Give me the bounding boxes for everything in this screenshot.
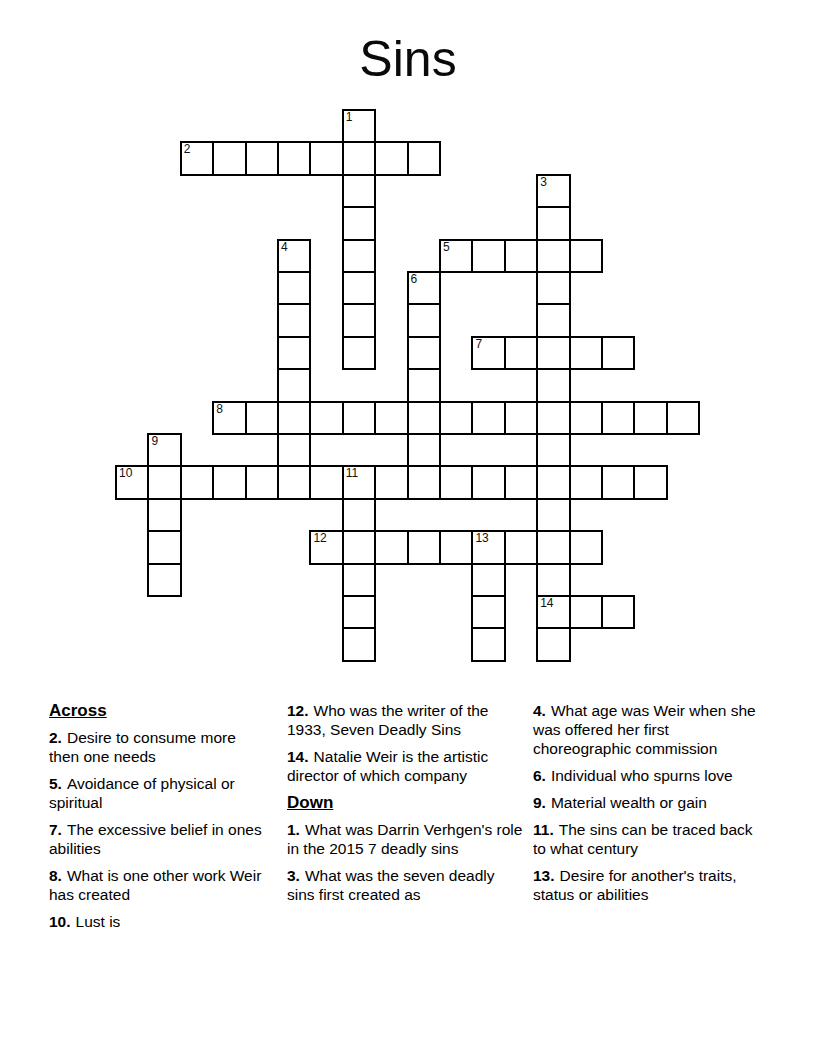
grid-cell[interactable] bbox=[439, 465, 473, 499]
clue-text: The excessive belief in ones abilities bbox=[49, 821, 262, 857]
clue-number: 7 bbox=[475, 338, 482, 351]
clue-number: 1 bbox=[346, 111, 353, 124]
grid-cell[interactable] bbox=[504, 336, 538, 370]
grid-cell[interactable]: 5 bbox=[439, 239, 473, 273]
clue-number-label: 1. bbox=[287, 821, 300, 838]
grid-cell[interactable] bbox=[407, 401, 441, 435]
grid-cell[interactable] bbox=[342, 401, 376, 435]
clue-number: 14 bbox=[540, 597, 553, 610]
clue-across-2: 2.Desire to consume more then one needs bbox=[49, 728, 263, 766]
grid-cell[interactable] bbox=[504, 401, 538, 435]
clue-down-3: 3.What was the seven deadly sins first c… bbox=[287, 866, 525, 904]
grid-cell[interactable] bbox=[536, 530, 570, 564]
grid-cell[interactable] bbox=[569, 336, 603, 370]
grid-cell[interactable] bbox=[471, 627, 505, 661]
clue-number: 10 bbox=[119, 467, 132, 480]
grid-cell[interactable] bbox=[374, 141, 408, 175]
grid-cell[interactable] bbox=[277, 368, 311, 402]
grid-cell[interactable] bbox=[342, 239, 376, 273]
grid-cell[interactable] bbox=[407, 141, 441, 175]
grid-cell[interactable] bbox=[342, 530, 376, 564]
clue-text: Avoidance of physical or spiritual bbox=[49, 775, 235, 811]
clue-text: Lust is bbox=[76, 913, 121, 930]
clue-text: Material wealth or gain bbox=[551, 794, 707, 811]
crossword-grid: 1234567891011121314 bbox=[116, 110, 700, 662]
grid-cell[interactable]: 14 bbox=[536, 595, 570, 629]
clue-text: What was the seven deadly sins first cre… bbox=[287, 867, 495, 903]
clue-across-5: 5.Avoidance of physical or spiritual bbox=[49, 774, 263, 812]
clue-number-label: 13. bbox=[533, 867, 555, 884]
puzzle-title: Sins bbox=[0, 32, 816, 87]
grid-cell[interactable] bbox=[504, 239, 538, 273]
grid-cell[interactable] bbox=[407, 465, 441, 499]
grid-cell[interactable] bbox=[536, 303, 570, 337]
grid-cell[interactable] bbox=[342, 595, 376, 629]
across-clues-header: Across bbox=[49, 701, 263, 720]
grid-cell[interactable] bbox=[536, 368, 570, 402]
clue-number-label: 11. bbox=[533, 821, 554, 838]
clue-number: 4 bbox=[281, 241, 288, 254]
clue-number: 2 bbox=[184, 143, 191, 156]
grid-cell[interactable] bbox=[245, 141, 279, 175]
clue-text: What was Darrin Verhgen's role in the 20… bbox=[287, 821, 522, 857]
down-clues-header: Down bbox=[287, 793, 525, 812]
clue-column-3: 4.What age was Weir when she was offered… bbox=[533, 701, 759, 912]
grid-cell[interactable]: 13 bbox=[471, 530, 505, 564]
grid-cell[interactable] bbox=[342, 303, 376, 337]
grid-cell[interactable] bbox=[407, 368, 441, 402]
grid-cell[interactable] bbox=[536, 465, 570, 499]
grid-cell[interactable] bbox=[212, 465, 246, 499]
grid-cell[interactable] bbox=[536, 206, 570, 240]
clue-across-12: 12.Who was the writer of the 1933, Seven… bbox=[287, 701, 525, 739]
grid-cell[interactable] bbox=[536, 627, 570, 661]
grid-cell[interactable] bbox=[407, 336, 441, 370]
grid-cell[interactable] bbox=[277, 465, 311, 499]
grid-cell[interactable] bbox=[342, 498, 376, 532]
clue-text: Natalie Weir is the artistic director of… bbox=[287, 748, 488, 784]
clue-number-label: 10. bbox=[49, 913, 71, 930]
clue-down-9: 9.Material wealth or gain bbox=[533, 793, 759, 812]
grid-cell[interactable] bbox=[342, 206, 376, 240]
clue-across-7: 7.The excessive belief in ones abilities bbox=[49, 820, 263, 858]
clue-text: Who was the writer of the 1933, Seven De… bbox=[287, 702, 488, 738]
grid-cell[interactable] bbox=[147, 465, 181, 499]
grid-cell[interactable] bbox=[309, 401, 343, 435]
grid-cell[interactable] bbox=[569, 530, 603, 564]
grid-cell[interactable] bbox=[407, 303, 441, 337]
grid-cell[interactable] bbox=[245, 465, 279, 499]
grid-cell[interactable]: 7 bbox=[471, 336, 505, 370]
grid-cell[interactable] bbox=[309, 465, 343, 499]
clue-text: What is one other work Weir has created bbox=[49, 867, 261, 903]
clue-down-1: 1.What was Darrin Verhgen's role in the … bbox=[287, 820, 525, 858]
clue-across-8: 8.What is one other work Weir has create… bbox=[49, 866, 263, 904]
clue-number: 5 bbox=[443, 241, 450, 254]
clue-number-label: 2. bbox=[49, 729, 62, 746]
grid-cell[interactable] bbox=[601, 465, 635, 499]
grid-cell[interactable] bbox=[407, 530, 441, 564]
grid-cell[interactable]: 6 bbox=[407, 271, 441, 305]
clue-number-label: 14. bbox=[287, 748, 309, 765]
grid-cell[interactable]: 10 bbox=[115, 465, 149, 499]
grid-cell[interactable] bbox=[471, 563, 505, 597]
grid-cell[interactable] bbox=[536, 433, 570, 467]
grid-cell[interactable] bbox=[277, 303, 311, 337]
grid-cell[interactable]: 11 bbox=[342, 465, 376, 499]
clue-across-14: 14.Natalie Weir is the artistic director… bbox=[287, 747, 525, 785]
grid-cell[interactable] bbox=[471, 401, 505, 435]
grid-cell[interactable] bbox=[342, 174, 376, 208]
grid-cell[interactable] bbox=[342, 141, 376, 175]
grid-cell[interactable] bbox=[601, 595, 635, 629]
grid-cell[interactable] bbox=[439, 401, 473, 435]
grid-cell[interactable]: 9 bbox=[147, 433, 181, 467]
grid-cell[interactable] bbox=[666, 401, 700, 435]
grid-cell[interactable] bbox=[374, 401, 408, 435]
grid-cell[interactable] bbox=[245, 401, 279, 435]
grid-cell[interactable] bbox=[212, 141, 246, 175]
grid-cell[interactable] bbox=[439, 530, 473, 564]
grid-cell[interactable]: 3 bbox=[536, 174, 570, 208]
grid-cell[interactable] bbox=[407, 433, 441, 467]
clue-number-label: 3. bbox=[287, 867, 300, 884]
grid-cell[interactable] bbox=[569, 401, 603, 435]
clue-number-label: 12. bbox=[287, 702, 309, 719]
clue-column-2: 12.Who was the writer of the 1933, Seven… bbox=[287, 701, 525, 912]
grid-cell[interactable] bbox=[471, 465, 505, 499]
grid-cell[interactable] bbox=[504, 530, 538, 564]
grid-cell[interactable] bbox=[374, 465, 408, 499]
clue-number: 12 bbox=[313, 532, 326, 545]
clue-number: 9 bbox=[151, 435, 158, 448]
grid-cell[interactable] bbox=[277, 336, 311, 370]
grid-cell[interactable] bbox=[569, 239, 603, 273]
clue-number: 13 bbox=[475, 532, 488, 545]
grid-cell[interactable] bbox=[309, 141, 343, 175]
grid-cell[interactable] bbox=[536, 336, 570, 370]
grid-cell[interactable] bbox=[633, 465, 667, 499]
grid-cell[interactable] bbox=[536, 498, 570, 532]
clue-number: 8 bbox=[216, 403, 223, 416]
grid-cell[interactable] bbox=[536, 563, 570, 597]
grid-cell[interactable] bbox=[147, 563, 181, 597]
grid-cell[interactable]: 1 bbox=[342, 109, 376, 143]
clue-down-13: 13.Desire for another's traits, status o… bbox=[533, 866, 759, 904]
grid-cell[interactable] bbox=[569, 465, 603, 499]
grid-cell[interactable] bbox=[277, 271, 311, 305]
grid-cell[interactable] bbox=[633, 401, 667, 435]
clue-number-label: 8. bbox=[49, 867, 62, 884]
clue-column-1: Across2.Desire to consume more then one … bbox=[49, 701, 263, 939]
grid-cell[interactable]: 8 bbox=[212, 401, 246, 435]
clue-number-label: 6. bbox=[533, 767, 546, 784]
clue-text: The sins can be traced back to what cent… bbox=[533, 821, 753, 857]
grid-cell[interactable] bbox=[601, 336, 635, 370]
clue-across-10: 10.Lust is bbox=[49, 912, 263, 931]
clue-text: Desire for another's traits, status or a… bbox=[533, 867, 737, 903]
grid-cell[interactable] bbox=[342, 563, 376, 597]
clue-number: 6 bbox=[411, 273, 418, 286]
clue-down-6: 6.Individual who spurns love bbox=[533, 766, 759, 785]
grid-cell[interactable] bbox=[277, 401, 311, 435]
grid-cell[interactable] bbox=[147, 498, 181, 532]
clue-number-label: 5. bbox=[49, 775, 62, 792]
clue-down-4: 4.What age was Weir when she was offered… bbox=[533, 701, 759, 758]
grid-cell[interactable] bbox=[342, 336, 376, 370]
clue-number-label: 9. bbox=[533, 794, 546, 811]
grid-cell[interactable]: 12 bbox=[309, 530, 343, 564]
grid-cell[interactable]: 4 bbox=[277, 239, 311, 273]
grid-cell[interactable] bbox=[536, 239, 570, 273]
grid-cell[interactable] bbox=[471, 595, 505, 629]
grid-cell[interactable]: 2 bbox=[180, 141, 214, 175]
clue-number-label: 4. bbox=[533, 702, 546, 719]
grid-cell[interactable] bbox=[504, 465, 538, 499]
grid-cell[interactable] bbox=[536, 401, 570, 435]
grid-cell[interactable] bbox=[601, 401, 635, 435]
grid-cell[interactable] bbox=[277, 141, 311, 175]
grid-cell[interactable] bbox=[147, 530, 181, 564]
grid-cell[interactable] bbox=[536, 271, 570, 305]
clue-number-label: 7. bbox=[49, 821, 62, 838]
clue-text: Desire to consume more then one needs bbox=[49, 729, 236, 765]
grid-cell[interactable] bbox=[277, 433, 311, 467]
grid-cell[interactable] bbox=[342, 627, 376, 661]
clue-text: What age was Weir when she was offered h… bbox=[533, 702, 756, 757]
grid-cell[interactable] bbox=[342, 271, 376, 305]
clue-number: 3 bbox=[540, 176, 547, 189]
grid-cell[interactable] bbox=[374, 530, 408, 564]
grid-cell[interactable] bbox=[180, 465, 214, 499]
clue-down-11: 11.The sins can be traced back to what c… bbox=[533, 820, 759, 858]
grid-cell[interactable] bbox=[471, 239, 505, 273]
clue-number: 11 bbox=[346, 467, 358, 480]
grid-cell[interactable] bbox=[569, 595, 603, 629]
clue-text: Individual who spurns love bbox=[551, 767, 733, 784]
